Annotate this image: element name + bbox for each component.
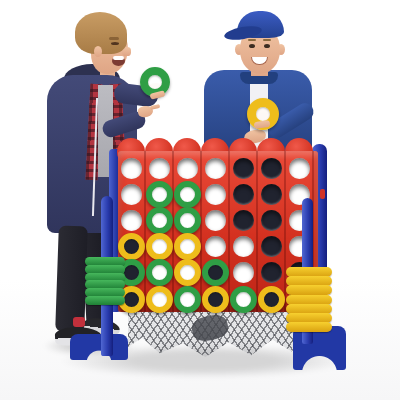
cell-r3c1 xyxy=(121,210,142,231)
left-player-red-sock xyxy=(73,317,85,327)
cell-r2c5 xyxy=(233,184,254,205)
right-base-foot xyxy=(293,326,346,370)
yellow-ring-r6c4 xyxy=(202,286,229,313)
cell-r2c1 xyxy=(121,184,142,205)
product-photo-giant-connect-four xyxy=(0,0,400,400)
green-ring-r6c5 xyxy=(230,286,257,313)
cell-r5c6 xyxy=(261,262,282,283)
green-ring-r5c2 xyxy=(146,259,173,286)
cell-r3c4 xyxy=(205,210,226,231)
cell-r4c4 xyxy=(205,236,226,257)
yellow-ring-r4c1 xyxy=(118,233,145,260)
cell-r2c6 xyxy=(261,184,282,205)
left-player-ear xyxy=(94,46,102,57)
cell-r1c5 xyxy=(233,158,254,179)
left-player-eye xyxy=(111,42,119,45)
green-ring-r2c3 xyxy=(174,181,201,208)
cell-r3c5 xyxy=(233,210,254,231)
cell-r4c6 xyxy=(261,236,282,257)
yellow-ring-r4c2 xyxy=(146,233,173,260)
cell-r5c5 xyxy=(233,262,254,283)
release-lever[interactable] xyxy=(320,189,325,199)
cell-r3c6 xyxy=(261,210,282,231)
left-player-brow xyxy=(109,37,119,40)
right-player-eye-left xyxy=(249,44,255,48)
cell-r1c3 xyxy=(177,158,198,179)
cell-r4c5 xyxy=(233,236,254,257)
green-ring-r3c2 xyxy=(146,207,173,234)
cell-r1c2 xyxy=(149,158,170,179)
yellow-ring-r5c3 xyxy=(174,259,201,286)
cell-r1c7 xyxy=(289,158,310,179)
cell-r2c4 xyxy=(205,184,226,205)
left-player-index-finger xyxy=(150,104,161,110)
green-ring-r5c4 xyxy=(202,259,229,286)
right-player-brow-left xyxy=(248,39,256,41)
yellow-ring-r6c6 xyxy=(258,286,285,313)
right-player-brow-right xyxy=(263,39,271,41)
left-player-teeth xyxy=(113,56,124,60)
cell-r1c4 xyxy=(205,158,226,179)
stored-yellow-ring-7 xyxy=(286,322,332,332)
stored-yellow-ring-3 xyxy=(286,285,332,295)
cell-r1c1 xyxy=(121,158,142,179)
green-ring-r3c3 xyxy=(174,207,201,234)
cell-r1c6 xyxy=(261,158,282,179)
green-ring-r6c3 xyxy=(174,286,201,313)
yellow-ring-r4c3 xyxy=(174,233,201,260)
left-base-foot xyxy=(70,334,128,360)
yellow-ring-r6c2 xyxy=(146,286,173,313)
right-player-eye-right xyxy=(264,44,270,48)
green-ring-r2c2 xyxy=(146,181,173,208)
stored-green-ring-6 xyxy=(85,296,125,305)
